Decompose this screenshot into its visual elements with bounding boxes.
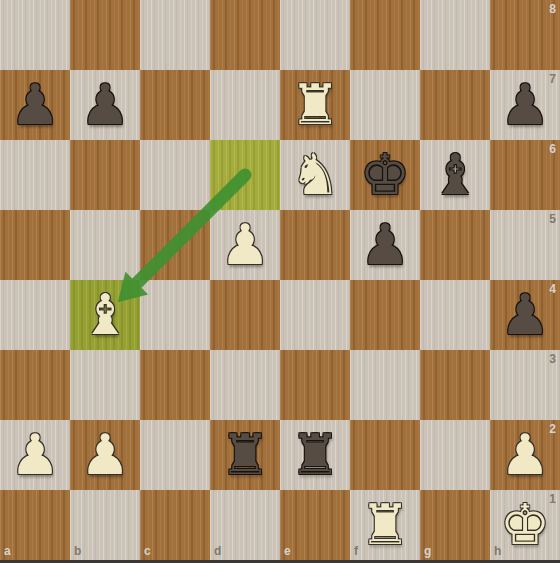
square-e4[interactable] [280, 280, 350, 350]
square-h6[interactable]: 6 [490, 140, 560, 210]
square-f3[interactable] [350, 350, 420, 420]
square-a5[interactable] [0, 210, 70, 280]
square-c2[interactable] [140, 420, 210, 490]
rank-label-3: 3 [549, 352, 556, 366]
square-c1[interactable]: c [140, 490, 210, 560]
square-a7[interactable]: ♟ [0, 70, 70, 140]
square-h2[interactable]: ♟2 [490, 420, 560, 490]
square-f5[interactable]: ♟ [350, 210, 420, 280]
piece-black-rook-e2[interactable]: ♜ [280, 420, 350, 490]
file-label-b: b [74, 544, 81, 558]
square-c7[interactable] [140, 70, 210, 140]
rank-label-5: 5 [549, 212, 556, 226]
square-d2[interactable]: ♜ [210, 420, 280, 490]
square-c6[interactable] [140, 140, 210, 210]
square-b3[interactable] [70, 350, 140, 420]
square-a3[interactable] [0, 350, 70, 420]
square-b8[interactable] [70, 0, 140, 70]
square-g8[interactable] [420, 0, 490, 70]
chess-board-wrapper: 8♟♟♜♟7♞♚♝6♟♟5♝♟43♟♟♜♜♟2abcde♜fg♚1h [0, 0, 560, 560]
piece-white-king-h1[interactable]: ♚ [490, 490, 560, 560]
square-c5[interactable] [140, 210, 210, 280]
piece-white-pawn-a2[interactable]: ♟ [0, 420, 70, 490]
square-c3[interactable] [140, 350, 210, 420]
square-e6[interactable]: ♞ [280, 140, 350, 210]
square-h1[interactable]: ♚1h [490, 490, 560, 560]
piece-white-rook-e7[interactable]: ♜ [280, 70, 350, 140]
file-label-e: e [284, 544, 291, 558]
square-f6[interactable]: ♚ [350, 140, 420, 210]
square-d3[interactable] [210, 350, 280, 420]
square-f2[interactable] [350, 420, 420, 490]
file-label-g: g [424, 544, 431, 558]
square-g5[interactable] [420, 210, 490, 280]
file-label-a: a [4, 544, 11, 558]
piece-white-rook-f1[interactable]: ♜ [350, 490, 420, 560]
square-h4[interactable]: ♟4 [490, 280, 560, 350]
square-b4[interactable]: ♝ [70, 280, 140, 350]
chess-board: 8♟♟♜♟7♞♚♝6♟♟5♝♟43♟♟♜♜♟2abcde♜fg♚1h [0, 0, 560, 560]
file-label-c: c [144, 544, 151, 558]
square-h5[interactable]: 5 [490, 210, 560, 280]
square-h3[interactable]: 3 [490, 350, 560, 420]
square-d7[interactable] [210, 70, 280, 140]
square-g4[interactable] [420, 280, 490, 350]
piece-black-pawn-a7[interactable]: ♟ [0, 70, 70, 140]
piece-white-bishop-b4[interactable]: ♝ [70, 280, 140, 350]
square-f4[interactable] [350, 280, 420, 350]
piece-black-rook-d2[interactable]: ♜ [210, 420, 280, 490]
square-d1[interactable]: d [210, 490, 280, 560]
file-label-d: d [214, 544, 221, 558]
square-a2[interactable]: ♟ [0, 420, 70, 490]
square-h7[interactable]: ♟7 [490, 70, 560, 140]
piece-white-pawn-d5[interactable]: ♟ [210, 210, 280, 280]
square-d4[interactable] [210, 280, 280, 350]
square-d5[interactable]: ♟ [210, 210, 280, 280]
piece-white-knight-e6[interactable]: ♞ [280, 140, 350, 210]
square-c8[interactable] [140, 0, 210, 70]
piece-black-pawn-b7[interactable]: ♟ [70, 70, 140, 140]
piece-white-pawn-h2[interactable]: ♟ [490, 420, 560, 490]
square-e1[interactable]: e [280, 490, 350, 560]
square-d6[interactable] [210, 140, 280, 210]
square-f1[interactable]: ♜f [350, 490, 420, 560]
square-e2[interactable]: ♜ [280, 420, 350, 490]
piece-black-pawn-h4[interactable]: ♟ [490, 280, 560, 350]
square-b5[interactable] [70, 210, 140, 280]
square-h8[interactable]: 8 [490, 0, 560, 70]
square-c4[interactable] [140, 280, 210, 350]
square-g6[interactable]: ♝ [420, 140, 490, 210]
square-f8[interactable] [350, 0, 420, 70]
piece-white-pawn-b2[interactable]: ♟ [70, 420, 140, 490]
square-a4[interactable] [0, 280, 70, 350]
square-b6[interactable] [70, 140, 140, 210]
square-a8[interactable] [0, 0, 70, 70]
square-g1[interactable]: g [420, 490, 490, 560]
piece-black-bishop-g6[interactable]: ♝ [420, 140, 490, 210]
square-e8[interactable] [280, 0, 350, 70]
square-b7[interactable]: ♟ [70, 70, 140, 140]
square-b2[interactable]: ♟ [70, 420, 140, 490]
square-e7[interactable]: ♜ [280, 70, 350, 140]
square-e3[interactable] [280, 350, 350, 420]
rank-label-8: 8 [549, 2, 556, 16]
square-g7[interactable] [420, 70, 490, 140]
square-g3[interactable] [420, 350, 490, 420]
square-a1[interactable]: a [0, 490, 70, 560]
square-f7[interactable] [350, 70, 420, 140]
piece-black-pawn-h7[interactable]: ♟ [490, 70, 560, 140]
square-b1[interactable]: b [70, 490, 140, 560]
piece-black-pawn-f5[interactable]: ♟ [350, 210, 420, 280]
square-a6[interactable] [0, 140, 70, 210]
square-g2[interactable] [420, 420, 490, 490]
piece-black-king-f6[interactable]: ♚ [350, 140, 420, 210]
rank-label-6: 6 [549, 142, 556, 156]
square-e5[interactable] [280, 210, 350, 280]
square-d8[interactable] [210, 0, 280, 70]
